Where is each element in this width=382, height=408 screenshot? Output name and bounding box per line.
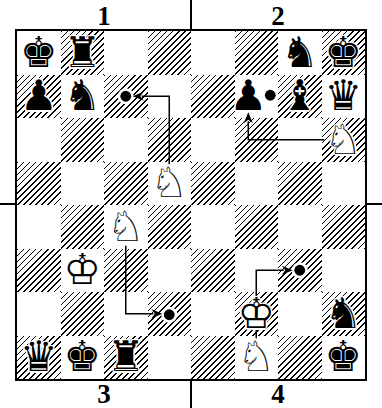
piece-black-king[interactable]: ♚♚: [322, 31, 366, 75]
piece-black-queen[interactable]: ♛♛: [322, 75, 366, 119]
square-g1[interactable]: [278, 336, 322, 380]
white-king-icon: ♔: [63, 249, 101, 291]
piece-black-rook[interactable]: ♜♜: [104, 336, 148, 380]
black-pawn-icon: ♟: [229, 75, 267, 117]
square-b5[interactable]: [61, 162, 105, 206]
square-d3[interactable]: [148, 249, 192, 293]
black-king-icon: ♚: [324, 336, 362, 378]
piece-black-rook[interactable]: ♜♜: [61, 31, 105, 75]
black-knight-icon: ♞: [63, 75, 101, 117]
square-f5[interactable]: [235, 162, 279, 206]
square-d7[interactable]: [148, 75, 192, 119]
square-f8[interactable]: [235, 31, 279, 75]
square-e6[interactable]: [191, 118, 235, 162]
square-e3[interactable]: [191, 249, 235, 293]
quadrant-label-3: 3: [17, 381, 191, 407]
black-rook-icon: ♜: [107, 336, 145, 378]
square-c8[interactable]: [104, 31, 148, 75]
square-c2[interactable]: [104, 292, 148, 336]
square-a5[interactable]: [17, 162, 61, 206]
square-a4[interactable]: [17, 205, 61, 249]
square-c5[interactable]: [104, 162, 148, 206]
board: ♚♚♜♜♟♟♞♞♞♘♞♞♚♚♟♟♝♝♛♛♞♘♞♘♚♔♛♛♚♚♜♜♚♔♞♞♞♘♚♚: [15, 29, 367, 381]
white-knight-icon: ♘: [237, 336, 275, 378]
square-g3[interactable]: [278, 249, 322, 293]
black-king-icon: ♚: [20, 32, 58, 74]
square-c6[interactable]: [104, 118, 148, 162]
knight-exercise-diagram: 1 2 3 4 ♚♚♜♜♟♟♞♞♞♘♞♞♚♚♟♟♝♝♛♛♞♘♞♘♚♔♛♛♚♚♜♜…: [0, 0, 382, 408]
black-pawn-icon: ♟: [20, 75, 58, 117]
square-d4[interactable]: [148, 205, 192, 249]
black-rook-icon: ♜: [63, 32, 101, 74]
piece-white-knight[interactable]: ♞♘: [322, 118, 366, 162]
piece-white-knight[interactable]: ♞♘: [235, 336, 279, 380]
piece-black-knight[interactable]: ♞♞: [278, 31, 322, 75]
piece-white-knight[interactable]: ♞♘: [104, 205, 148, 249]
piece-white-king[interactable]: ♚♔: [61, 249, 105, 293]
square-h3[interactable]: [322, 249, 366, 293]
square-e8[interactable]: [191, 31, 235, 75]
square-e5[interactable]: [191, 162, 235, 206]
square-b6[interactable]: [61, 118, 105, 162]
piece-white-knight[interactable]: ♞♘: [148, 162, 192, 206]
piece-black-king[interactable]: ♚♚: [17, 31, 61, 75]
white-king-icon: ♔: [237, 293, 275, 335]
square-f3[interactable]: [235, 249, 279, 293]
square-f6[interactable]: [235, 118, 279, 162]
quadrant-label-1: 1: [17, 3, 191, 29]
black-bishop-icon: ♝: [281, 75, 319, 117]
square-g2[interactable]: [278, 292, 322, 336]
square-c3[interactable]: [104, 249, 148, 293]
black-king-icon: ♚: [324, 32, 362, 74]
square-a3[interactable]: [17, 249, 61, 293]
white-knight-icon: ♘: [107, 206, 145, 248]
square-e4[interactable]: [191, 205, 235, 249]
square-c7[interactable]: [104, 75, 148, 119]
square-d2[interactable]: [148, 292, 192, 336]
black-knight-icon: ♞: [324, 293, 362, 335]
piece-black-bishop[interactable]: ♝♝: [278, 75, 322, 119]
square-f4[interactable]: [235, 205, 279, 249]
square-b2[interactable]: [61, 292, 105, 336]
piece-black-queen[interactable]: ♛♛: [17, 336, 61, 380]
square-g6[interactable]: [278, 118, 322, 162]
piece-black-king[interactable]: ♚♚: [322, 336, 366, 380]
piece-black-knight[interactable]: ♞♞: [322, 292, 366, 336]
piece-black-king[interactable]: ♚♚: [61, 336, 105, 380]
piece-black-pawn[interactable]: ♟♟: [17, 75, 61, 119]
square-e2[interactable]: [191, 292, 235, 336]
black-queen-icon: ♛: [324, 75, 362, 117]
square-h5[interactable]: [322, 162, 366, 206]
square-g5[interactable]: [278, 162, 322, 206]
square-d1[interactable]: [148, 336, 192, 380]
white-knight-icon: ♘: [324, 119, 362, 161]
square-h4[interactable]: [322, 205, 366, 249]
white-knight-icon: ♘: [150, 162, 188, 204]
square-b4[interactable]: [61, 205, 105, 249]
square-a6[interactable]: [17, 118, 61, 162]
piece-black-knight[interactable]: ♞♞: [61, 75, 105, 119]
piece-white-king[interactable]: ♚♔: [235, 292, 279, 336]
quadrant-label-4: 4: [191, 381, 365, 407]
quadrant-label-2: 2: [191, 3, 365, 29]
piece-black-pawn[interactable]: ♟♟: [227, 75, 271, 119]
black-king-icon: ♚: [63, 336, 101, 378]
square-d8[interactable]: [148, 31, 192, 75]
black-knight-icon: ♞: [281, 32, 319, 74]
square-d6[interactable]: [148, 118, 192, 162]
square-g4[interactable]: [278, 205, 322, 249]
square-a2[interactable]: [17, 292, 61, 336]
black-queen-icon: ♛: [20, 336, 58, 378]
square-e1[interactable]: [191, 336, 235, 380]
